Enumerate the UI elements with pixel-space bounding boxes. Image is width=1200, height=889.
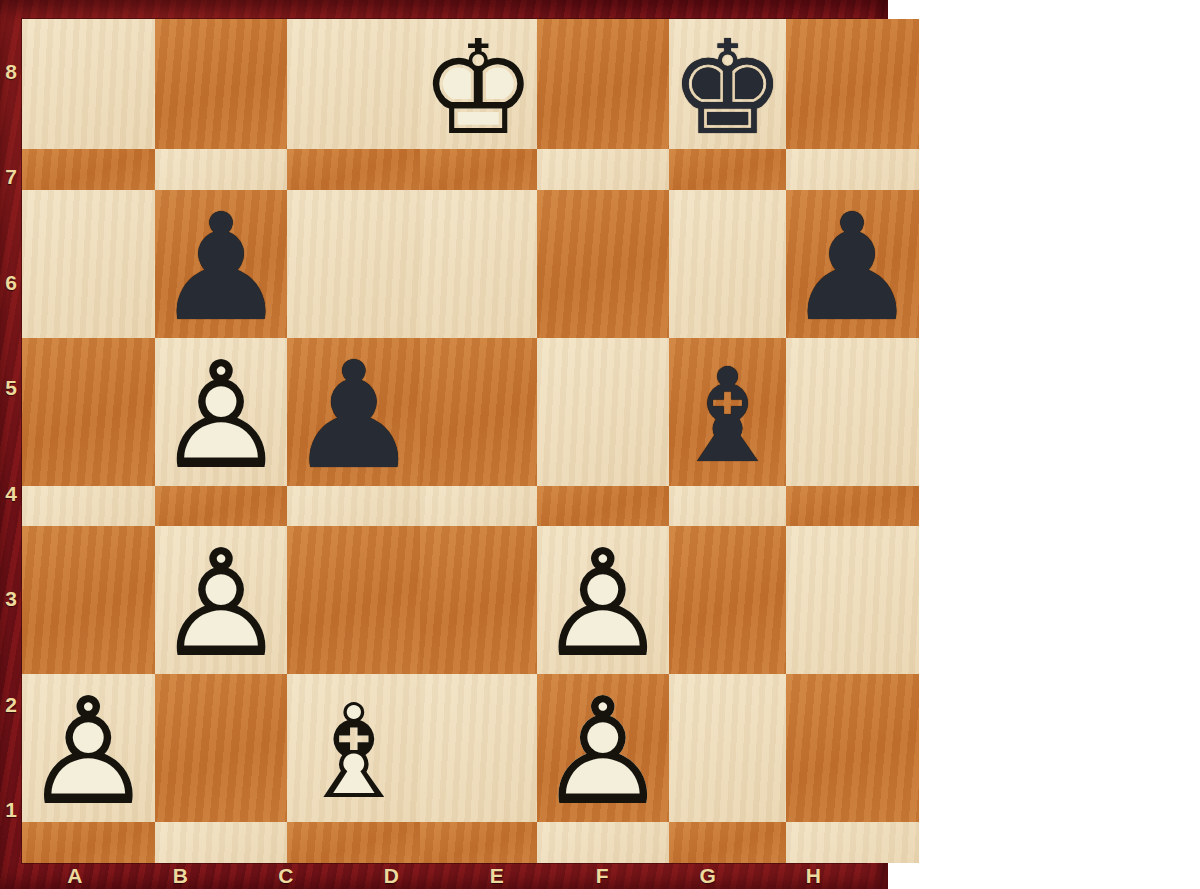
square-g2[interactable] xyxy=(669,674,786,822)
square-c2[interactable]: ♝♗ xyxy=(287,674,420,822)
square-e3[interactable] xyxy=(420,526,537,674)
square-f8[interactable] xyxy=(537,19,670,149)
white-pawn-f2[interactable]: ♟♙ xyxy=(537,678,670,826)
square-c3[interactable] xyxy=(287,526,420,674)
square-e4[interactable] xyxy=(420,486,537,527)
square-a4[interactable] xyxy=(22,486,155,527)
square-e6[interactable] xyxy=(420,190,537,338)
rank-label-1: 1 xyxy=(0,758,22,864)
square-g4[interactable] xyxy=(669,486,786,527)
square-c5[interactable]: ♟ xyxy=(287,338,420,486)
white-pawn-f3[interactable]: ♟♙ xyxy=(537,530,670,678)
square-e1[interactable] xyxy=(420,822,537,863)
square-g6[interactable] xyxy=(669,190,786,338)
square-h4[interactable] xyxy=(786,486,919,527)
square-b8[interactable] xyxy=(155,19,288,149)
square-c7[interactable] xyxy=(287,149,420,190)
square-f6[interactable] xyxy=(537,190,670,338)
rank-label-2: 2 xyxy=(0,652,22,758)
chessboard: 87654321 ♚♔♚♟♟♟♙♟♝♟♙♟♙♟♙♝♗♟♙ ABCDEFGH xyxy=(0,0,888,889)
square-c6[interactable] xyxy=(287,190,420,338)
white-pawn-b3[interactable]: ♟♙ xyxy=(155,530,288,678)
square-e5[interactable] xyxy=(420,338,537,486)
square-b2[interactable] xyxy=(155,674,288,822)
square-g5[interactable]: ♝ xyxy=(669,338,786,486)
rank-label-4: 4 xyxy=(0,441,22,547)
square-g3[interactable] xyxy=(669,526,786,674)
rank-label-3: 3 xyxy=(0,547,22,653)
rank-label-6: 6 xyxy=(0,230,22,336)
square-f1[interactable] xyxy=(537,822,670,863)
square-a7[interactable] xyxy=(22,149,155,190)
black-king-g8[interactable]: ♚ xyxy=(669,23,786,153)
black-pawn-h6[interactable]: ♟ xyxy=(786,194,919,342)
piece-outline: ♙ xyxy=(155,530,288,678)
square-e8[interactable]: ♚♔ xyxy=(420,19,537,149)
square-c4[interactable] xyxy=(287,486,420,527)
square-h8[interactable] xyxy=(786,19,919,149)
square-b3[interactable]: ♟♙ xyxy=(155,526,288,674)
rank-label-8: 8 xyxy=(0,19,22,125)
file-label-b: B xyxy=(128,863,234,889)
file-label-f: F xyxy=(550,863,656,889)
square-f2[interactable]: ♟♙ xyxy=(537,674,670,822)
square-g7[interactable] xyxy=(669,149,786,190)
black-pawn-c5[interactable]: ♟ xyxy=(287,342,420,490)
square-e2[interactable] xyxy=(420,674,537,822)
square-a6[interactable] xyxy=(22,190,155,338)
file-label-g: G xyxy=(655,863,761,889)
white-king-e8[interactable]: ♚♔ xyxy=(420,23,537,153)
board-grid: ♚♔♚♟♟♟♙♟♝♟♙♟♙♟♙♝♗♟♙ xyxy=(22,19,866,863)
square-b5[interactable]: ♟♙ xyxy=(155,338,288,486)
rank-label-5: 5 xyxy=(0,336,22,442)
square-b1[interactable] xyxy=(155,822,288,863)
square-h2[interactable] xyxy=(786,674,919,822)
piece-outline: ♗ xyxy=(295,687,412,817)
file-label-d: D xyxy=(339,863,445,889)
black-pawn-b6[interactable]: ♟ xyxy=(155,194,288,342)
piece-outline: ♙ xyxy=(155,342,288,490)
black-bishop-g5[interactable]: ♝ xyxy=(669,351,786,481)
file-label-e: E xyxy=(444,863,550,889)
square-b6[interactable]: ♟ xyxy=(155,190,288,338)
rank-labels: 87654321 xyxy=(0,19,22,863)
square-a1[interactable] xyxy=(22,822,155,863)
square-c1[interactable] xyxy=(287,822,420,863)
file-label-a: A xyxy=(22,863,128,889)
file-labels: ABCDEFGH xyxy=(22,863,866,889)
square-f7[interactable] xyxy=(537,149,670,190)
white-pawn-a2[interactable]: ♟♙ xyxy=(22,678,155,826)
square-f5[interactable] xyxy=(537,338,670,486)
piece-outline: ♙ xyxy=(537,530,670,678)
white-bishop-c2[interactable]: ♝♗ xyxy=(295,687,412,817)
square-e7[interactable] xyxy=(420,149,537,190)
square-a8[interactable] xyxy=(22,19,155,149)
square-c8[interactable] xyxy=(287,19,420,149)
piece-outline: ♔ xyxy=(420,23,537,153)
square-h6[interactable]: ♟ xyxy=(786,190,919,338)
file-label-h: H xyxy=(761,863,867,889)
square-g1[interactable] xyxy=(669,822,786,863)
square-h1[interactable] xyxy=(786,822,919,863)
square-a3[interactable] xyxy=(22,526,155,674)
square-f3[interactable]: ♟♙ xyxy=(537,526,670,674)
file-label-c: C xyxy=(233,863,339,889)
square-g8[interactable]: ♚ xyxy=(669,19,786,149)
piece-outline: ♙ xyxy=(22,678,155,826)
square-h3[interactable] xyxy=(786,526,919,674)
square-h5[interactable] xyxy=(786,338,919,486)
white-pawn-b5[interactable]: ♟♙ xyxy=(155,342,288,490)
square-a5[interactable] xyxy=(22,338,155,486)
rank-label-7: 7 xyxy=(0,125,22,231)
square-a2[interactable]: ♟♙ xyxy=(22,674,155,822)
piece-outline: ♙ xyxy=(537,678,670,826)
